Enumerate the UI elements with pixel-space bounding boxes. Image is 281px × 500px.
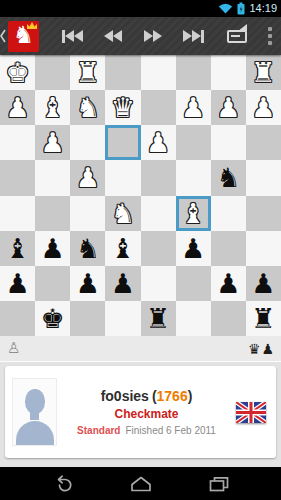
clock: 14:19 — [249, 0, 277, 17]
square-c4[interactable] — [176, 160, 211, 195]
square-h3[interactable] — [0, 125, 35, 160]
square-c8[interactable] — [176, 301, 211, 336]
square-f2[interactable]: ♞ — [70, 90, 105, 125]
black-rook: ♜ — [146, 305, 170, 332]
square-d8[interactable]: ♜ — [141, 301, 176, 336]
square-a8[interactable]: ♜ — [246, 301, 281, 336]
game-meta: StandardFinished 6 Feb 2011 — [59, 425, 234, 436]
overflow-dots-icon — [268, 27, 272, 31]
square-h2[interactable]: ♟ — [0, 90, 35, 125]
square-e6[interactable]: ♝ — [105, 231, 140, 266]
up-caret-icon[interactable] — [0, 17, 6, 55]
wifi-icon — [218, 3, 233, 14]
white-pawn: ♟ — [146, 129, 170, 156]
info-area: fo0sies(1766) Checkmate StandardFinished… — [0, 362, 281, 467]
previous-move-button[interactable] — [102, 17, 124, 55]
white-king: ♚ — [5, 59, 29, 86]
white-bishop: ♝ — [41, 94, 65, 121]
black-pawn: ♟ — [41, 235, 65, 262]
square-f4[interactable]: ♟ — [70, 160, 105, 195]
square-d4[interactable] — [141, 160, 176, 195]
captured-white-pieces: ♙ — [7, 341, 20, 356]
square-e1[interactable] — [105, 55, 140, 90]
square-d3[interactable]: ♟ — [141, 125, 176, 160]
game-info-card[interactable]: fo0sies(1766) Checkmate StandardFinished… — [5, 366, 276, 458]
square-e8[interactable] — [105, 301, 140, 336]
white-pawn: ♟ — [76, 164, 100, 191]
square-g2[interactable]: ♝ — [35, 90, 70, 125]
square-f6[interactable]: ♞ — [70, 231, 105, 266]
square-d6[interactable] — [141, 231, 176, 266]
black-pawn: ♟ — [5, 270, 29, 297]
game-result: Checkmate — [59, 407, 234, 421]
uk-flag — [236, 402, 266, 423]
black-rook: ♜ — [251, 305, 275, 332]
chat-button[interactable] — [227, 30, 247, 43]
back-button[interactable] — [50, 471, 76, 497]
black-king: ♚ — [41, 305, 65, 332]
chat-bubble-icon — [227, 30, 247, 43]
square-g1[interactable] — [35, 55, 70, 90]
square-b4[interactable]: ♞ — [211, 160, 246, 195]
battery-charging-icon — [237, 2, 245, 15]
player-rating: 1766 — [157, 388, 188, 404]
square-c7[interactable] — [176, 266, 211, 301]
last-move-button[interactable] — [181, 17, 206, 55]
phone-screen: 14:19 ♞ — [0, 0, 281, 500]
square-d2[interactable] — [141, 90, 176, 125]
game-summary: fo0sies(1766) Checkmate StandardFinished… — [57, 388, 236, 436]
chess-board: ♚♜♜♟♝♞♛♟♟♟♟♟♟♞♞♝♝♟♞♝♟♟♟♟♟♟♚♜♜ — [0, 55, 281, 336]
white-pawn: ♟ — [41, 129, 65, 156]
square-a2[interactable]: ♟ — [246, 90, 281, 125]
square-g6[interactable]: ♟ — [35, 231, 70, 266]
square-e4[interactable] — [105, 160, 140, 195]
white-pawn: ♟ — [216, 94, 240, 121]
square-f5[interactable] — [70, 196, 105, 231]
square-g5[interactable] — [35, 196, 70, 231]
white-rook: ♜ — [76, 59, 100, 86]
square-g4[interactable] — [35, 160, 70, 195]
square-e2[interactable]: ♛ — [105, 90, 140, 125]
square-a7[interactable]: ♟ — [246, 266, 281, 301]
square-d1[interactable] — [141, 55, 176, 90]
black-knight: ♞ — [216, 164, 240, 191]
square-b7[interactable]: ♟ — [211, 266, 246, 301]
black-pawn: ♟ — [76, 270, 100, 297]
playback-controls — [39, 17, 227, 55]
square-e3[interactable] — [105, 125, 140, 160]
first-move-button[interactable] — [60, 17, 85, 55]
captured-black-pawn-icon: ♟ — [261, 342, 274, 356]
player-name-and-rating: fo0sies(1766) — [59, 388, 234, 404]
square-c2[interactable]: ♟ — [176, 90, 211, 125]
square-g3[interactable]: ♟ — [35, 125, 70, 160]
recents-icon — [207, 475, 231, 493]
android-nav-bar — [0, 467, 281, 500]
player-name: fo0sies — [101, 388, 149, 404]
home-icon — [129, 475, 153, 493]
square-f3[interactable] — [70, 125, 105, 160]
square-b6[interactable] — [211, 231, 246, 266]
white-pawn: ♟ — [251, 94, 275, 121]
recents-button[interactable] — [206, 471, 232, 497]
black-pawn: ♟ — [216, 270, 240, 297]
square-h6[interactable]: ♝ — [0, 231, 35, 266]
action-bar: ♞ — [0, 17, 281, 55]
captured-white-pawn-icon: ♙ — [7, 341, 20, 356]
black-knight: ♞ — [76, 235, 100, 262]
white-knight: ♞ — [111, 200, 135, 227]
square-c6[interactable]: ♟ — [176, 231, 211, 266]
square-a4[interactable] — [246, 160, 281, 195]
captured-black-queen-icon: ♛ — [248, 342, 261, 356]
square-a6[interactable] — [246, 231, 281, 266]
back-icon — [51, 475, 75, 493]
white-knight: ♞ — [76, 94, 100, 121]
square-a5[interactable] — [246, 196, 281, 231]
square-b2[interactable]: ♟ — [211, 90, 246, 125]
overflow-menu-button[interactable] — [261, 17, 279, 55]
square-c3[interactable] — [176, 125, 211, 160]
avatar — [12, 378, 57, 446]
black-bishop: ♝ — [111, 235, 135, 262]
square-h7[interactable]: ♟ — [0, 266, 35, 301]
black-bishop: ♝ — [5, 235, 29, 262]
white-queen: ♛ — [111, 94, 135, 121]
square-h1[interactable]: ♚ — [0, 55, 35, 90]
square-f7[interactable]: ♟ — [70, 266, 105, 301]
square-g7[interactable] — [35, 266, 70, 301]
square-c5[interactable]: ♝ — [176, 196, 211, 231]
square-a1[interactable]: ♜ — [246, 55, 281, 90]
square-c1[interactable] — [176, 55, 211, 90]
white-rook: ♜ — [251, 59, 275, 86]
finished-date: Finished 6 Feb 2011 — [125, 425, 215, 436]
captured-pieces-strip: ♙ ♛♟ — [0, 336, 281, 362]
square-h4[interactable] — [0, 160, 35, 195]
next-move-button[interactable] — [142, 17, 164, 55]
square-b5[interactable] — [211, 196, 246, 231]
square-a3[interactable] — [246, 125, 281, 160]
status-bar: 14:19 — [0, 0, 281, 17]
square-e5[interactable]: ♞ — [105, 196, 140, 231]
square-f1[interactable]: ♜ — [70, 55, 105, 90]
square-h8[interactable] — [0, 301, 35, 336]
game-mode: Standard — [77, 425, 120, 436]
square-d7[interactable] — [141, 266, 176, 301]
square-f8[interactable] — [70, 301, 105, 336]
white-pawn: ♟ — [5, 94, 29, 121]
app-logo-knight-icon[interactable]: ♞ — [8, 21, 39, 52]
white-bishop: ♝ — [181, 200, 205, 227]
square-b8[interactable] — [211, 301, 246, 336]
black-pawn: ♟ — [251, 270, 275, 297]
square-b3[interactable] — [211, 125, 246, 160]
captured-black-pieces: ♛♟ — [248, 342, 274, 356]
square-b1[interactable] — [211, 55, 246, 90]
square-h5[interactable] — [0, 196, 35, 231]
square-e7[interactable]: ♟ — [105, 266, 140, 301]
crown-icon — [27, 22, 37, 29]
square-g8[interactable]: ♚ — [35, 301, 70, 336]
home-button[interactable] — [128, 471, 154, 497]
black-pawn: ♟ — [111, 270, 135, 297]
white-pawn: ♟ — [181, 94, 205, 121]
square-d5[interactable] — [141, 196, 176, 231]
black-pawn: ♟ — [181, 235, 205, 262]
